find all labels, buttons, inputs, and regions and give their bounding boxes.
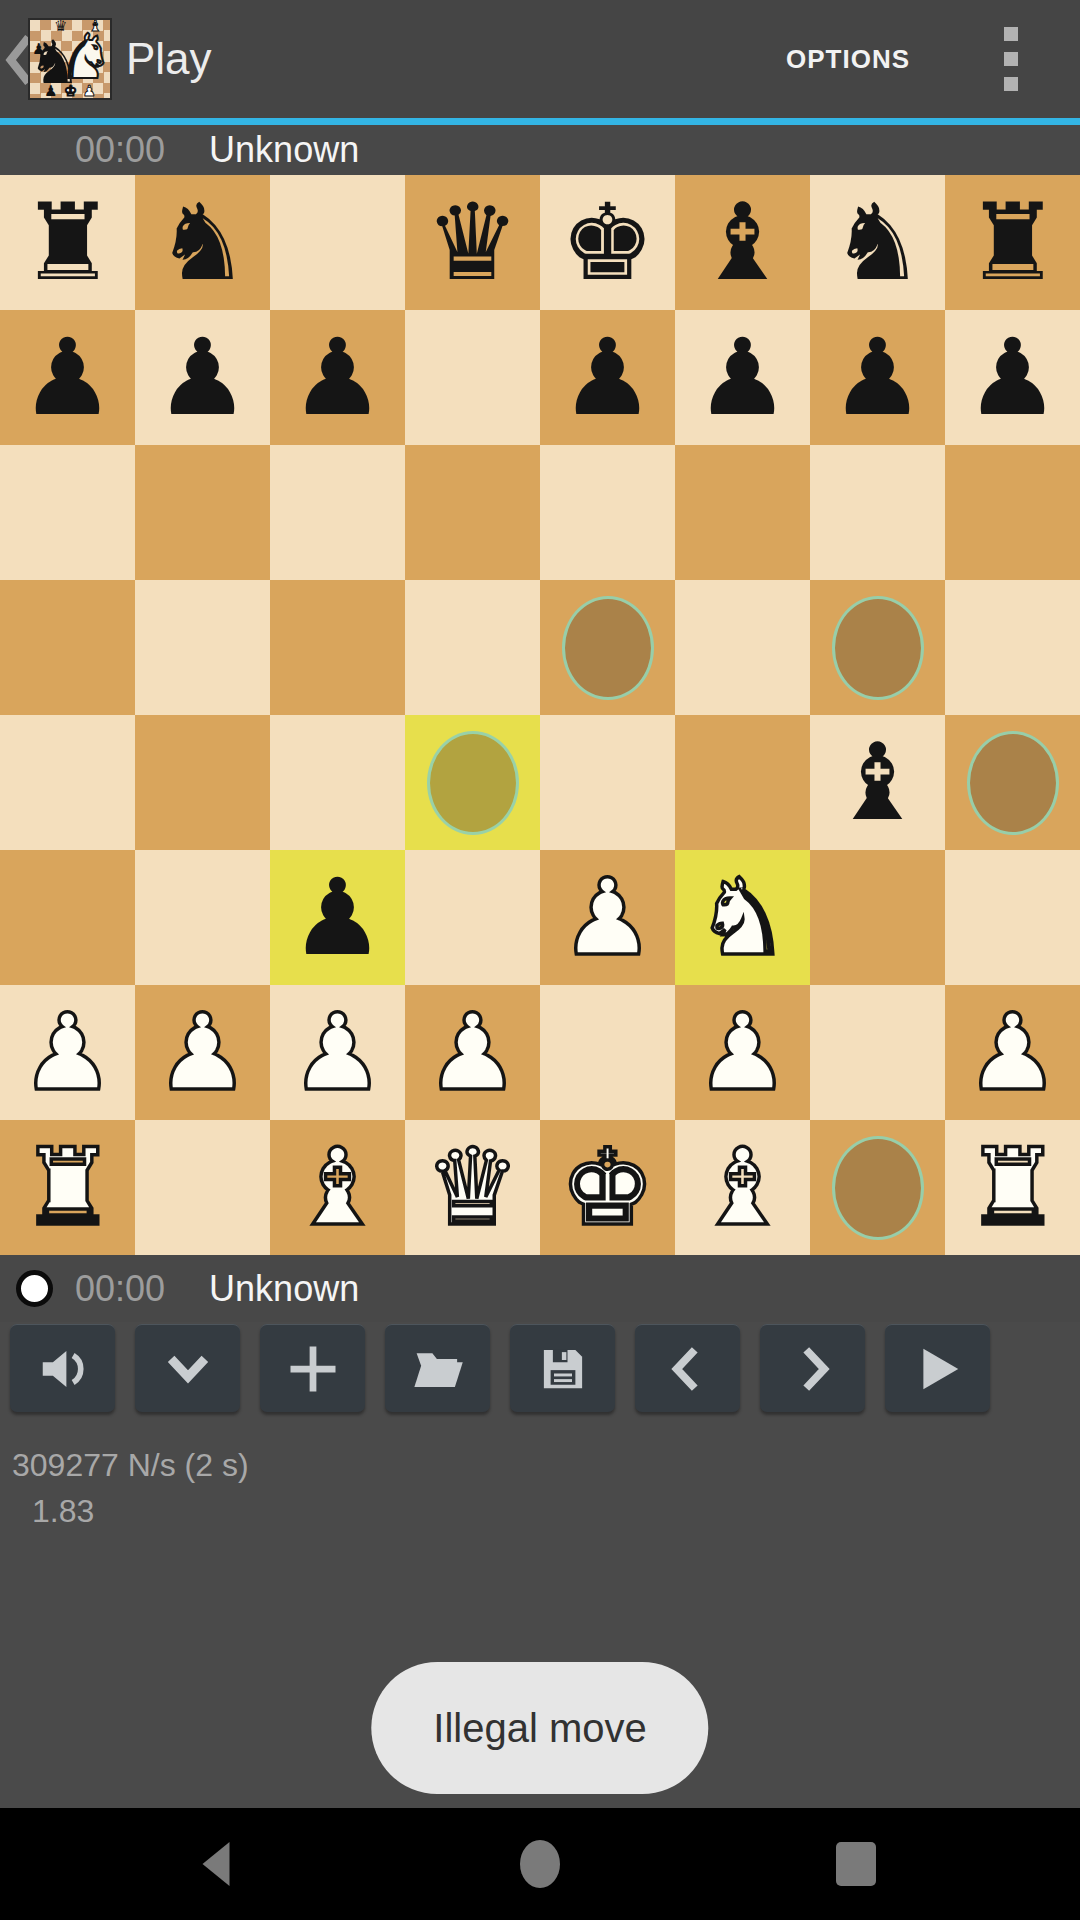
square-e4[interactable] xyxy=(540,715,675,850)
square-c3[interactable]: ♟ xyxy=(270,850,405,985)
square-e7[interactable]: ♟ xyxy=(540,310,675,445)
piece-black-knight: ♞ xyxy=(155,175,250,310)
piece-black-pawn: ♟ xyxy=(830,310,925,445)
square-g3[interactable] xyxy=(810,850,945,985)
recents-square-icon[interactable] xyxy=(836,1842,876,1886)
piece-white-bishop: ♝ xyxy=(695,1120,790,1255)
folder-open-icon xyxy=(411,1342,465,1396)
piece-white-pawn: ♟ xyxy=(425,985,520,1120)
square-g1[interactable] xyxy=(810,1120,945,1255)
square-a6[interactable] xyxy=(0,445,135,580)
square-a8[interactable]: ♜ xyxy=(0,175,135,310)
legal-move-hint xyxy=(832,1136,924,1240)
square-b6[interactable] xyxy=(135,445,270,580)
piece-white-knight: ♞ xyxy=(695,850,790,985)
app-bar: ♛ ♝ ♟ ♟ ♚ ♟ ♞ ♞ Play OPTIONS xyxy=(0,0,1080,118)
black-clock-time: 00:00 xyxy=(75,129,165,171)
square-c5[interactable] xyxy=(270,580,405,715)
accent-divider xyxy=(0,118,1080,125)
square-b4[interactable] xyxy=(135,715,270,850)
toast-message: Illegal move xyxy=(371,1662,708,1794)
square-e8[interactable]: ♚ xyxy=(540,175,675,310)
piece-white-pawn: ♟ xyxy=(155,985,250,1120)
square-f4[interactable] xyxy=(675,715,810,850)
square-c2[interactable]: ♟ xyxy=(270,985,405,1120)
square-c8[interactable] xyxy=(270,175,405,310)
square-d2[interactable]: ♟ xyxy=(405,985,540,1120)
square-h4[interactable] xyxy=(945,715,1080,850)
square-f2[interactable]: ♟ xyxy=(675,985,810,1120)
square-c6[interactable] xyxy=(270,445,405,580)
speaker-icon xyxy=(36,1342,90,1396)
sound-button[interactable] xyxy=(10,1324,115,1412)
square-d4[interactable] xyxy=(405,715,540,850)
undo-move-button[interactable] xyxy=(635,1324,740,1412)
square-f7[interactable]: ♟ xyxy=(675,310,810,445)
chevron-right-icon xyxy=(786,1342,840,1396)
piece-black-rook: ♜ xyxy=(20,175,115,310)
piece-white-pawn: ♟ xyxy=(290,985,385,1120)
piece-black-bishop: ♝ xyxy=(830,715,925,850)
open-file-button[interactable] xyxy=(385,1324,490,1412)
piece-black-pawn: ♟ xyxy=(965,310,1060,445)
piece-black-bishop: ♝ xyxy=(695,175,790,310)
piece-black-rook: ♜ xyxy=(965,175,1060,310)
square-e3[interactable]: ♟ xyxy=(540,850,675,985)
piece-black-queen: ♛ xyxy=(425,175,520,310)
square-d1[interactable]: ♛ xyxy=(405,1120,540,1255)
engine-output: 309277 N/s (2 s) 1.83 xyxy=(0,1418,1080,1534)
toolbar xyxy=(0,1322,1080,1418)
legal-move-hint xyxy=(427,731,519,835)
square-b8[interactable]: ♞ xyxy=(135,175,270,310)
legal-move-hint xyxy=(967,731,1059,835)
options-button[interactable]: OPTIONS xyxy=(786,44,910,75)
white-knight-logo-icon: ♞ xyxy=(58,26,112,88)
square-d7[interactable] xyxy=(405,310,540,445)
page-title: Play xyxy=(126,34,212,84)
home-circle-icon[interactable] xyxy=(520,1840,560,1888)
chevron-down-icon xyxy=(161,1342,215,1396)
square-g5[interactable] xyxy=(810,580,945,715)
piece-black-knight: ♞ xyxy=(830,175,925,310)
square-b2[interactable]: ♟ xyxy=(135,985,270,1120)
piece-white-queen: ♛ xyxy=(425,1120,520,1255)
android-nav-bar xyxy=(0,1808,1080,1920)
engine-play-button[interactable] xyxy=(885,1324,990,1412)
save-game-button[interactable] xyxy=(510,1324,615,1412)
piece-black-pawn: ♟ xyxy=(20,310,115,445)
square-h5[interactable] xyxy=(945,580,1080,715)
play-icon xyxy=(911,1342,965,1396)
new-game-button[interactable] xyxy=(260,1324,365,1412)
square-a5[interactable] xyxy=(0,580,135,715)
square-a4[interactable] xyxy=(0,715,135,850)
black-player-name: Unknown xyxy=(209,129,359,171)
app-logo-icon[interactable]: ♛ ♝ ♟ ♟ ♚ ♟ ♞ ♞ xyxy=(28,18,112,100)
piece-white-rook: ♜ xyxy=(965,1120,1060,1255)
square-g6[interactable] xyxy=(810,445,945,580)
piece-black-king: ♚ xyxy=(560,175,655,310)
square-b5[interactable] xyxy=(135,580,270,715)
chess-board[interactable]: ♜♞♛♚♝♞♜♟♟♟♟♟♟♟♝♟♟♞♟♟♟♟♟♟♜♝♛♚♝♜ xyxy=(0,175,1080,1255)
square-g2[interactable] xyxy=(810,985,945,1120)
piece-white-bishop: ♝ xyxy=(290,1120,385,1255)
redo-move-button[interactable] xyxy=(760,1324,865,1412)
legal-move-hint xyxy=(832,596,924,700)
piece-black-pawn: ♟ xyxy=(560,310,655,445)
chevron-left-icon xyxy=(661,1342,715,1396)
overflow-menu-icon[interactable] xyxy=(1004,27,1018,91)
engine-nps: 309277 N/s (2 s) xyxy=(12,1442,1080,1488)
black-clock-row: 00:00 Unknown xyxy=(0,125,1080,175)
piece-black-pawn: ♟ xyxy=(695,310,790,445)
piece-black-pawn: ♟ xyxy=(290,850,385,985)
square-b1[interactable] xyxy=(135,1120,270,1255)
square-f3[interactable]: ♞ xyxy=(675,850,810,985)
square-e2[interactable] xyxy=(540,985,675,1120)
square-h2[interactable]: ♟ xyxy=(945,985,1080,1120)
piece-white-rook: ♜ xyxy=(20,1120,115,1255)
square-c7[interactable]: ♟ xyxy=(270,310,405,445)
square-c1[interactable]: ♝ xyxy=(270,1120,405,1255)
piece-white-pawn: ♟ xyxy=(20,985,115,1120)
piece-black-pawn: ♟ xyxy=(290,310,385,445)
square-d3[interactable] xyxy=(405,850,540,985)
plus-icon xyxy=(286,1342,340,1396)
square-a7[interactable]: ♟ xyxy=(0,310,135,445)
save-icon xyxy=(536,1342,590,1396)
piece-white-pawn: ♟ xyxy=(560,850,655,985)
square-f8[interactable]: ♝ xyxy=(675,175,810,310)
square-h6[interactable] xyxy=(945,445,1080,580)
square-d6[interactable] xyxy=(405,445,540,580)
square-f6[interactable] xyxy=(675,445,810,580)
square-a1[interactable]: ♜ xyxy=(0,1120,135,1255)
piece-black-pawn: ♟ xyxy=(155,310,250,445)
square-h8[interactable]: ♜ xyxy=(945,175,1080,310)
square-d5[interactable] xyxy=(405,580,540,715)
white-clock-time: 00:00 xyxy=(75,1268,165,1310)
square-h3[interactable] xyxy=(945,850,1080,985)
square-e1[interactable]: ♚ xyxy=(540,1120,675,1255)
legal-move-hint xyxy=(562,596,654,700)
white-clock-row: 00:00 Unknown xyxy=(0,1255,1080,1322)
square-g8[interactable]: ♞ xyxy=(810,175,945,310)
square-c4[interactable] xyxy=(270,715,405,850)
white-to-move-indicator xyxy=(16,1270,53,1307)
piece-white-king: ♚ xyxy=(560,1120,655,1255)
square-b3[interactable] xyxy=(135,850,270,985)
white-player-name: Unknown xyxy=(209,1268,359,1310)
square-e6[interactable] xyxy=(540,445,675,580)
square-e5[interactable] xyxy=(540,580,675,715)
expand-button[interactable] xyxy=(135,1324,240,1412)
piece-white-pawn: ♟ xyxy=(695,985,790,1120)
square-a3[interactable] xyxy=(0,850,135,985)
square-h7[interactable]: ♟ xyxy=(945,310,1080,445)
engine-eval: 1.83 xyxy=(12,1488,1080,1534)
piece-white-pawn: ♟ xyxy=(965,985,1060,1120)
square-h1[interactable]: ♜ xyxy=(945,1120,1080,1255)
square-g7[interactable]: ♟ xyxy=(810,310,945,445)
square-g4[interactable]: ♝ xyxy=(810,715,945,850)
square-a2[interactable]: ♟ xyxy=(0,985,135,1120)
phone-screen: ♛ ♝ ♟ ♟ ♚ ♟ ♞ ♞ Play OPTIONS 00:00 Unkno… xyxy=(0,0,1080,1920)
back-triangle-icon[interactable] xyxy=(203,1842,230,1886)
square-f1[interactable]: ♝ xyxy=(675,1120,810,1255)
square-f5[interactable] xyxy=(675,580,810,715)
square-d8[interactable]: ♛ xyxy=(405,175,540,310)
square-b7[interactable]: ♟ xyxy=(135,310,270,445)
